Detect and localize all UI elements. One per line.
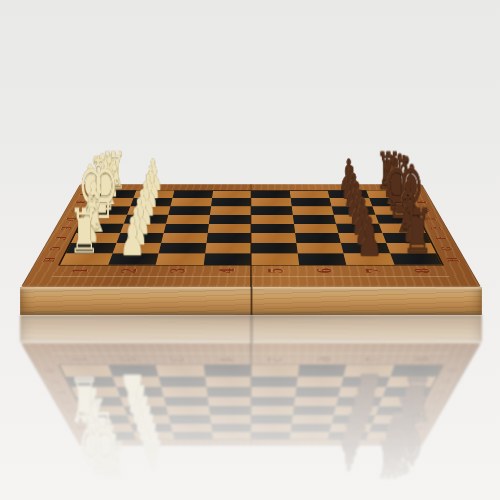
coordinate-number-5: 5	[251, 265, 301, 276]
square-c7: ♟	[332, 206, 376, 214]
square-f7: ♟	[338, 233, 385, 243]
square-b8: ♞	[369, 198, 412, 206]
board-perspective-wrap: ABCDEFGH ABCDEFGH 12345678 ♜♟♟♜♞♟♟♞♝♟♟♝♛…	[21, 0, 481, 287]
square-a3	[172, 191, 212, 199]
square-a1: ♜	[94, 191, 136, 199]
square-a6	[289, 191, 329, 199]
square-b1: ♞	[90, 198, 133, 206]
square-d1: ♛	[81, 215, 127, 224]
square-d3	[166, 215, 210, 224]
square-h5	[251, 254, 299, 265]
box-front-seam-icon	[250, 287, 253, 315]
square-h3	[156, 254, 205, 265]
coordinate-number-1: 1	[52, 265, 106, 276]
square-a4	[212, 191, 251, 199]
product-photo-stage: ABCDEFGH ABCDEFGH 12345678 ♜♟♟♜♞♟♟♞♝♟♟♝♛…	[0, 0, 500, 500]
square-g1: ♞	[66, 243, 116, 254]
square-e8: ♚	[379, 224, 426, 233]
coordinate-number-8: 8	[396, 265, 450, 276]
piece-black-pawn-b7: ♟	[341, 161, 363, 206]
coordinate-number-7: 7	[347, 265, 399, 276]
square-f2: ♟	[116, 233, 163, 243]
chessboard: ABCDEFGH ABCDEFGH 12345678 ♜♟♟♜♞♟♟♞♝♟♟♝♛…	[21, 184, 481, 287]
square-h6	[297, 254, 346, 265]
square-c2: ♟	[127, 206, 171, 214]
square-b4	[211, 198, 251, 206]
square-b5	[251, 198, 291, 206]
square-g5	[251, 243, 297, 254]
square-f3	[161, 233, 207, 243]
square-d5	[251, 215, 294, 224]
square-h7: ♟	[344, 254, 395, 265]
square-h4	[203, 254, 251, 265]
coordinate-number-6: 6	[299, 265, 350, 276]
square-e4	[207, 224, 251, 233]
square-b3	[170, 198, 211, 206]
square-a7: ♟	[328, 191, 369, 199]
square-a8: ♜	[366, 191, 408, 199]
coordinate-number-3: 3	[152, 265, 203, 276]
square-b2: ♟	[130, 198, 172, 206]
square-c6	[291, 206, 333, 214]
square-d2: ♟	[123, 215, 168, 224]
square-f5	[251, 233, 296, 243]
square-g6	[296, 243, 344, 254]
square-f4	[206, 233, 251, 243]
piece-white-rook-a1: ♜	[101, 146, 126, 197]
square-g7: ♟	[341, 243, 390, 254]
square-d7: ♟	[334, 215, 379, 224]
square-e7: ♟	[336, 224, 382, 233]
coordinate-number-4: 4	[201, 265, 251, 276]
square-e3	[164, 224, 209, 233]
square-c3	[168, 206, 210, 214]
square-c4	[210, 206, 251, 214]
square-h1: ♜	[60, 254, 112, 265]
square-d4	[208, 215, 251, 224]
square-e5	[251, 224, 295, 233]
square-f8: ♝	[382, 233, 431, 243]
square-a5	[251, 191, 290, 199]
square-g2: ♟	[112, 243, 161, 254]
square-f1: ♝	[71, 233, 120, 243]
square-c5	[251, 206, 292, 214]
box-front-face	[20, 287, 482, 315]
square-c8: ♝	[372, 206, 417, 214]
piece-black-pawn-a7: ♟	[338, 154, 359, 197]
square-g4	[205, 243, 251, 254]
square-e2: ♟	[120, 224, 166, 233]
coordinate-number-2: 2	[102, 265, 154, 276]
piece-black-rook-a8: ♜	[376, 146, 401, 197]
square-d6	[292, 215, 336, 224]
square-g3	[158, 243, 206, 254]
square-f6	[295, 233, 341, 243]
square-d8: ♛	[375, 215, 421, 224]
chess-set-scene: ABCDEFGH ABCDEFGH 12345678 ♜♟♟♜♞♟♟♞♝♟♟♝♛…	[0, 0, 500, 500]
square-a2: ♟	[133, 191, 174, 199]
square-c1: ♝	[85, 206, 130, 214]
square-g8: ♞	[386, 243, 436, 254]
fold-seam-icon	[250, 184, 252, 287]
piece-white-pawn-b2: ♟	[139, 161, 161, 206]
piece-white-pawn-a2: ♟	[142, 154, 163, 197]
square-h2: ♟	[108, 254, 159, 265]
square-h8: ♜	[390, 254, 442, 265]
square-e1: ♚	[76, 224, 123, 233]
square-b7: ♟	[330, 198, 372, 206]
square-b6	[290, 198, 331, 206]
square-e6	[294, 224, 339, 233]
